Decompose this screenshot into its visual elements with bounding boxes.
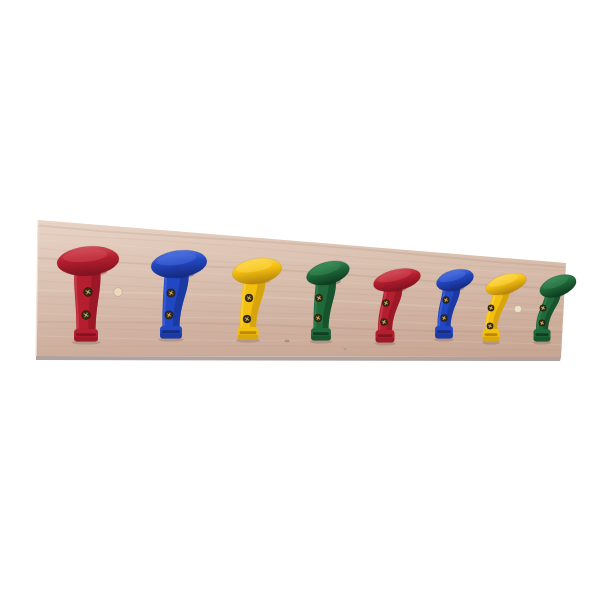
- hook-screw: [540, 305, 546, 311]
- hook-foot-slot: [437, 330, 451, 333]
- hook-screw: [165, 311, 173, 319]
- plug-hole: [114, 288, 123, 297]
- hook-screw: [441, 315, 448, 322]
- hook-foot-shade: [74, 337, 98, 342]
- hook-foot-shade: [435, 334, 453, 339]
- hook-foot-slot: [76, 333, 96, 336]
- screw-glint: [317, 317, 319, 319]
- plug-hole: [514, 305, 521, 312]
- hook-foot-slot: [162, 330, 180, 333]
- hook-screw: [167, 289, 175, 297]
- hook-foot-slot: [378, 334, 393, 337]
- hook-screw: [314, 314, 321, 321]
- hook-foot-slot: [536, 333, 549, 336]
- hook-screw: [84, 288, 93, 297]
- hook-foot-shade: [311, 336, 331, 341]
- hook-screw: [245, 294, 253, 302]
- hook-screw: [383, 300, 390, 307]
- screw-glint: [383, 321, 385, 323]
- hook-foot-shade: [534, 337, 551, 342]
- screw-glint: [246, 318, 248, 320]
- screw-glint: [170, 292, 172, 294]
- screw-glint: [542, 307, 544, 309]
- screw-glint: [318, 297, 320, 299]
- hook-foot-shade: [160, 334, 182, 339]
- screw-glint: [490, 307, 492, 309]
- hook-foot-slot: [485, 333, 498, 336]
- hook-screw: [315, 294, 322, 301]
- hook-screw: [487, 323, 493, 329]
- screw-glint: [541, 322, 543, 324]
- hook-foot-shade: [238, 335, 259, 340]
- hook-screw: [82, 311, 91, 320]
- screw-glint: [489, 325, 491, 327]
- hook-screw: [539, 320, 545, 326]
- hook-screw: [381, 319, 388, 326]
- coat-rack-scene: [0, 0, 600, 600]
- screw-glint: [168, 314, 170, 316]
- hook-foot-slot: [313, 332, 329, 335]
- hook-screw: [443, 297, 450, 304]
- screw-glint: [385, 302, 387, 304]
- screw-glint: [445, 299, 447, 301]
- screw-glint: [443, 317, 445, 319]
- hook-foot-shade: [483, 337, 500, 342]
- hook-foot-shade: [376, 338, 395, 343]
- hook-foot-slot: [240, 331, 257, 334]
- screw-glint: [248, 297, 250, 299]
- screw-glint: [85, 314, 87, 316]
- product-photo: [0, 0, 600, 600]
- hook-screw: [243, 315, 251, 323]
- hook-screw: [488, 305, 494, 311]
- screw-glint: [87, 291, 89, 293]
